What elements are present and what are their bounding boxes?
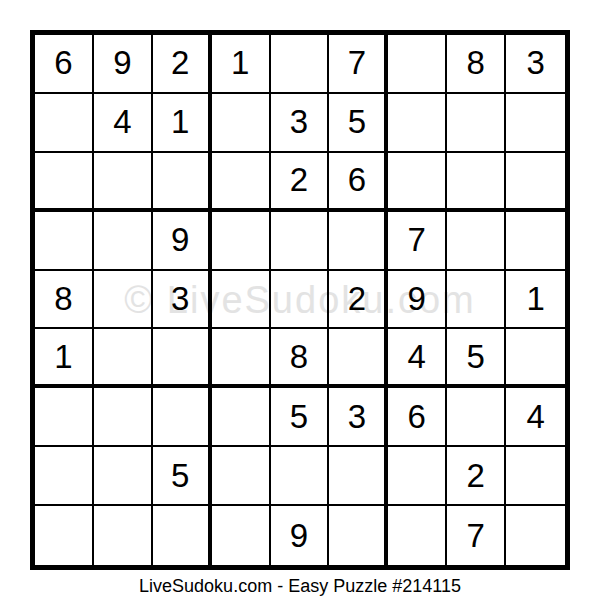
cell-r5c1[interactable]: 8 bbox=[35, 271, 94, 330]
cell-r2c8[interactable] bbox=[447, 94, 506, 153]
cell-r7c7[interactable]: 6 bbox=[388, 388, 447, 447]
cell-r2c2[interactable]: 4 bbox=[94, 94, 153, 153]
cell-r4c8[interactable] bbox=[447, 212, 506, 271]
cell-r4c4[interactable] bbox=[212, 212, 271, 271]
cell-r5c7[interactable]: 9 bbox=[388, 271, 447, 330]
cell-r4c5[interactable] bbox=[271, 212, 330, 271]
cell-r2c5[interactable]: 3 bbox=[271, 94, 330, 153]
cell-r9c1[interactable] bbox=[35, 506, 94, 565]
cell-r6c5[interactable]: 8 bbox=[271, 329, 330, 388]
cell-r7c4[interactable] bbox=[212, 388, 271, 447]
cell-r5c6[interactable]: 2 bbox=[329, 271, 388, 330]
cell-r4c6[interactable] bbox=[329, 212, 388, 271]
cell-r9c5[interactable]: 9 bbox=[271, 506, 330, 565]
page: © LiveSudoku.com 69217834135269783291184… bbox=[0, 0, 600, 615]
cell-r7c8[interactable] bbox=[447, 388, 506, 447]
cell-r1c4[interactable]: 1 bbox=[212, 35, 271, 94]
cell-r4c2[interactable] bbox=[94, 212, 153, 271]
cell-r8c3[interactable]: 5 bbox=[153, 447, 212, 506]
cell-r3c4[interactable] bbox=[212, 153, 271, 212]
cell-r9c8[interactable]: 7 bbox=[447, 506, 506, 565]
cell-r9c4[interactable] bbox=[212, 506, 271, 565]
cell-r3c2[interactable] bbox=[94, 153, 153, 212]
cell-r3c5[interactable]: 2 bbox=[271, 153, 330, 212]
cell-r9c9[interactable] bbox=[506, 506, 565, 565]
cell-r5c9[interactable]: 1 bbox=[506, 271, 565, 330]
cell-r1c3[interactable]: 2 bbox=[153, 35, 212, 94]
cell-r6c9[interactable] bbox=[506, 329, 565, 388]
sudoku-board: © LiveSudoku.com 69217834135269783291184… bbox=[30, 30, 570, 570]
cell-r7c6[interactable]: 3 bbox=[329, 388, 388, 447]
cell-r1c7[interactable] bbox=[388, 35, 447, 94]
cell-r6c3[interactable] bbox=[153, 329, 212, 388]
cell-r8c2[interactable] bbox=[94, 447, 153, 506]
cell-r4c3[interactable]: 9 bbox=[153, 212, 212, 271]
cell-r5c3[interactable]: 3 bbox=[153, 271, 212, 330]
cell-r1c1[interactable]: 6 bbox=[35, 35, 94, 94]
cell-r6c1[interactable]: 1 bbox=[35, 329, 94, 388]
cell-r4c1[interactable] bbox=[35, 212, 94, 271]
cell-r2c9[interactable] bbox=[506, 94, 565, 153]
cell-r1c8[interactable]: 8 bbox=[447, 35, 506, 94]
cell-r7c5[interactable]: 5 bbox=[271, 388, 330, 447]
cell-r6c4[interactable] bbox=[212, 329, 271, 388]
cell-r7c1[interactable] bbox=[35, 388, 94, 447]
cell-r5c4[interactable] bbox=[212, 271, 271, 330]
cell-r8c4[interactable] bbox=[212, 447, 271, 506]
caption: LiveSudoku.com - Easy Puzzle #214115 bbox=[0, 576, 600, 597]
cell-r7c2[interactable] bbox=[94, 388, 153, 447]
cell-r2c4[interactable] bbox=[212, 94, 271, 153]
cell-r4c9[interactable] bbox=[506, 212, 565, 271]
cell-r6c8[interactable]: 5 bbox=[447, 329, 506, 388]
cell-r8c5[interactable] bbox=[271, 447, 330, 506]
cell-r8c8[interactable]: 2 bbox=[447, 447, 506, 506]
cell-r5c2[interactable] bbox=[94, 271, 153, 330]
cell-r4c7[interactable]: 7 bbox=[388, 212, 447, 271]
cell-r1c6[interactable]: 7 bbox=[329, 35, 388, 94]
cell-r3c9[interactable] bbox=[506, 153, 565, 212]
cell-r2c1[interactable] bbox=[35, 94, 94, 153]
cell-r9c6[interactable] bbox=[329, 506, 388, 565]
cell-r3c3[interactable] bbox=[153, 153, 212, 212]
cell-r7c9[interactable]: 4 bbox=[506, 388, 565, 447]
cell-r6c2[interactable] bbox=[94, 329, 153, 388]
cell-r6c7[interactable]: 4 bbox=[388, 329, 447, 388]
cell-r6c6[interactable] bbox=[329, 329, 388, 388]
cell-r2c7[interactable] bbox=[388, 94, 447, 153]
cell-r8c6[interactable] bbox=[329, 447, 388, 506]
cell-r3c6[interactable]: 6 bbox=[329, 153, 388, 212]
cell-r9c2[interactable] bbox=[94, 506, 153, 565]
cell-r3c7[interactable] bbox=[388, 153, 447, 212]
cell-r5c5[interactable] bbox=[271, 271, 330, 330]
cell-r8c9[interactable] bbox=[506, 447, 565, 506]
cell-r9c7[interactable] bbox=[388, 506, 447, 565]
sudoku-grid: 69217834135269783291184553645297 bbox=[35, 35, 565, 565]
cell-r3c1[interactable] bbox=[35, 153, 94, 212]
cell-r8c7[interactable] bbox=[388, 447, 447, 506]
cell-r3c8[interactable] bbox=[447, 153, 506, 212]
cell-r8c1[interactable] bbox=[35, 447, 94, 506]
cell-r2c3[interactable]: 1 bbox=[153, 94, 212, 153]
cell-r2c6[interactable]: 5 bbox=[329, 94, 388, 153]
cell-r1c9[interactable]: 3 bbox=[506, 35, 565, 94]
cell-r5c8[interactable] bbox=[447, 271, 506, 330]
cell-r7c3[interactable] bbox=[153, 388, 212, 447]
cell-r1c2[interactable]: 9 bbox=[94, 35, 153, 94]
cell-r1c5[interactable] bbox=[271, 35, 330, 94]
cell-r9c3[interactable] bbox=[153, 506, 212, 565]
